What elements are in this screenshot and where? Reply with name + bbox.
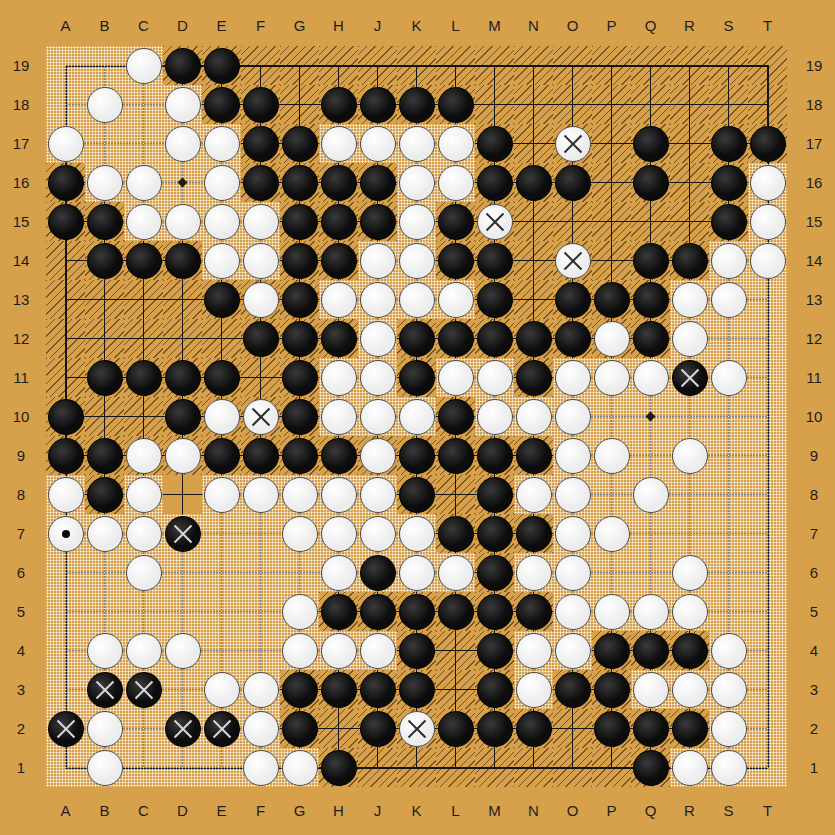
intersection-D15[interactable] [163, 202, 202, 241]
intersection-R18[interactable] [670, 85, 709, 124]
intersection-D14[interactable] [163, 241, 202, 280]
intersection-L10[interactable] [436, 397, 475, 436]
intersection-O8[interactable] [553, 475, 592, 514]
intersection-P15[interactable] [592, 202, 631, 241]
intersection-A4[interactable] [46, 631, 85, 670]
intersection-P6[interactable] [592, 553, 631, 592]
intersection-F13[interactable] [241, 280, 280, 319]
intersection-A1[interactable] [46, 748, 85, 787]
intersection-C9[interactable] [124, 436, 163, 475]
intersection-L15[interactable] [436, 202, 475, 241]
intersection-R15[interactable] [670, 202, 709, 241]
intersection-O17[interactable] [553, 124, 592, 163]
intersection-G5[interactable] [280, 592, 319, 631]
intersection-N5[interactable] [514, 592, 553, 631]
intersection-H4[interactable] [319, 631, 358, 670]
intersection-B12[interactable] [85, 319, 124, 358]
intersection-E12[interactable] [202, 319, 241, 358]
intersection-K12[interactable] [397, 319, 436, 358]
intersection-J7[interactable] [358, 514, 397, 553]
intersection-B19[interactable] [85, 46, 124, 85]
intersection-K4[interactable] [397, 631, 436, 670]
intersection-N2[interactable] [514, 709, 553, 748]
intersection-P7[interactable] [592, 514, 631, 553]
intersection-B4[interactable] [85, 631, 124, 670]
intersection-T5[interactable] [748, 592, 787, 631]
intersection-M18[interactable] [475, 85, 514, 124]
intersection-E11[interactable] [202, 358, 241, 397]
intersection-K3[interactable] [397, 670, 436, 709]
intersection-L12[interactable] [436, 319, 475, 358]
intersection-H14[interactable] [319, 241, 358, 280]
intersection-J9[interactable] [358, 436, 397, 475]
intersection-F3[interactable] [241, 670, 280, 709]
intersection-Q13[interactable] [631, 280, 670, 319]
intersection-R5[interactable] [670, 592, 709, 631]
intersection-R17[interactable] [670, 124, 709, 163]
intersection-O12[interactable] [553, 319, 592, 358]
intersection-T6[interactable] [748, 553, 787, 592]
intersection-Q14[interactable] [631, 241, 670, 280]
intersection-C6[interactable] [124, 553, 163, 592]
intersection-H15[interactable] [319, 202, 358, 241]
intersection-A16[interactable] [46, 163, 85, 202]
intersection-H2[interactable] [319, 709, 358, 748]
intersection-O9[interactable] [553, 436, 592, 475]
intersection-M12[interactable] [475, 319, 514, 358]
intersection-K18[interactable] [397, 85, 436, 124]
intersection-L17[interactable] [436, 124, 475, 163]
intersection-G14[interactable] [280, 241, 319, 280]
intersection-Q1[interactable] [631, 748, 670, 787]
intersection-R19[interactable] [670, 46, 709, 85]
intersection-Q11[interactable] [631, 358, 670, 397]
intersection-A5[interactable] [46, 592, 85, 631]
intersection-G12[interactable] [280, 319, 319, 358]
intersection-K6[interactable] [397, 553, 436, 592]
intersection-K1[interactable] [397, 748, 436, 787]
intersection-J3[interactable] [358, 670, 397, 709]
intersection-G13[interactable] [280, 280, 319, 319]
intersection-M7[interactable] [475, 514, 514, 553]
intersection-B13[interactable] [85, 280, 124, 319]
intersection-D8[interactable] [163, 475, 202, 514]
intersection-M10[interactable] [475, 397, 514, 436]
intersection-A17[interactable] [46, 124, 85, 163]
intersection-A6[interactable] [46, 553, 85, 592]
intersection-D1[interactable] [163, 748, 202, 787]
intersection-M16[interactable] [475, 163, 514, 202]
intersection-S16[interactable] [709, 163, 748, 202]
intersection-G11[interactable] [280, 358, 319, 397]
intersection-D18[interactable] [163, 85, 202, 124]
intersection-C7[interactable] [124, 514, 163, 553]
intersection-J16[interactable] [358, 163, 397, 202]
intersection-C13[interactable] [124, 280, 163, 319]
intersection-O13[interactable] [553, 280, 592, 319]
intersection-N9[interactable] [514, 436, 553, 475]
intersection-R13[interactable] [670, 280, 709, 319]
intersection-G17[interactable] [280, 124, 319, 163]
intersection-P11[interactable] [592, 358, 631, 397]
intersection-G18[interactable] [280, 85, 319, 124]
intersection-G9[interactable] [280, 436, 319, 475]
intersection-G2[interactable] [280, 709, 319, 748]
intersection-N6[interactable] [514, 553, 553, 592]
intersection-F2[interactable] [241, 709, 280, 748]
intersection-Q5[interactable] [631, 592, 670, 631]
intersection-B17[interactable] [85, 124, 124, 163]
intersection-G15[interactable] [280, 202, 319, 241]
intersection-Q12[interactable] [631, 319, 670, 358]
intersection-L16[interactable] [436, 163, 475, 202]
intersection-G10[interactable] [280, 397, 319, 436]
intersection-C18[interactable] [124, 85, 163, 124]
intersection-O18[interactable] [553, 85, 592, 124]
intersection-G1[interactable] [280, 748, 319, 787]
intersection-O2[interactable] [553, 709, 592, 748]
intersection-J4[interactable] [358, 631, 397, 670]
intersection-M5[interactable] [475, 592, 514, 631]
intersection-D3[interactable] [163, 670, 202, 709]
intersection-P19[interactable] [592, 46, 631, 85]
intersection-N18[interactable] [514, 85, 553, 124]
intersection-L9[interactable] [436, 436, 475, 475]
intersection-E14[interactable] [202, 241, 241, 280]
intersection-C10[interactable] [124, 397, 163, 436]
intersection-D10[interactable] [163, 397, 202, 436]
intersection-P8[interactable] [592, 475, 631, 514]
intersection-S2[interactable] [709, 709, 748, 748]
intersection-R3[interactable] [670, 670, 709, 709]
intersection-F19[interactable] [241, 46, 280, 85]
intersection-K11[interactable] [397, 358, 436, 397]
intersection-J1[interactable] [358, 748, 397, 787]
intersection-B15[interactable] [85, 202, 124, 241]
intersection-T19[interactable] [748, 46, 787, 85]
intersection-Q17[interactable] [631, 124, 670, 163]
intersection-J13[interactable] [358, 280, 397, 319]
intersection-R4[interactable] [670, 631, 709, 670]
intersection-B1[interactable] [85, 748, 124, 787]
intersection-N15[interactable] [514, 202, 553, 241]
intersection-R16[interactable] [670, 163, 709, 202]
intersection-D7[interactable] [163, 514, 202, 553]
intersection-F16[interactable] [241, 163, 280, 202]
intersection-J10[interactable] [358, 397, 397, 436]
intersection-M13[interactable] [475, 280, 514, 319]
intersection-L3[interactable] [436, 670, 475, 709]
intersection-N10[interactable] [514, 397, 553, 436]
intersection-H7[interactable] [319, 514, 358, 553]
intersection-Q6[interactable] [631, 553, 670, 592]
intersection-L6[interactable] [436, 553, 475, 592]
intersection-E8[interactable] [202, 475, 241, 514]
intersection-A7[interactable] [46, 514, 85, 553]
intersection-B7[interactable] [85, 514, 124, 553]
intersection-J11[interactable] [358, 358, 397, 397]
intersection-B6[interactable] [85, 553, 124, 592]
intersection-C5[interactable] [124, 592, 163, 631]
intersection-L5[interactable] [436, 592, 475, 631]
intersection-K8[interactable] [397, 475, 436, 514]
intersection-F8[interactable] [241, 475, 280, 514]
intersection-O4[interactable] [553, 631, 592, 670]
intersection-F18[interactable] [241, 85, 280, 124]
intersection-K14[interactable] [397, 241, 436, 280]
intersection-M15[interactable] [475, 202, 514, 241]
intersection-J15[interactable] [358, 202, 397, 241]
intersection-L13[interactable] [436, 280, 475, 319]
intersection-C2[interactable] [124, 709, 163, 748]
intersection-N17[interactable] [514, 124, 553, 163]
intersection-P16[interactable] [592, 163, 631, 202]
intersection-E16[interactable] [202, 163, 241, 202]
intersection-A3[interactable] [46, 670, 85, 709]
intersection-S17[interactable] [709, 124, 748, 163]
intersection-B5[interactable] [85, 592, 124, 631]
intersection-E10[interactable] [202, 397, 241, 436]
intersection-S18[interactable] [709, 85, 748, 124]
intersection-K5[interactable] [397, 592, 436, 631]
intersection-D11[interactable] [163, 358, 202, 397]
intersection-Q8[interactable] [631, 475, 670, 514]
intersection-H11[interactable] [319, 358, 358, 397]
intersection-H8[interactable] [319, 475, 358, 514]
intersection-C15[interactable] [124, 202, 163, 241]
intersection-Q18[interactable] [631, 85, 670, 124]
intersection-A19[interactable] [46, 46, 85, 85]
intersection-L19[interactable] [436, 46, 475, 85]
intersection-S19[interactable] [709, 46, 748, 85]
intersection-K16[interactable] [397, 163, 436, 202]
intersection-D16[interactable] [163, 163, 202, 202]
intersection-L11[interactable] [436, 358, 475, 397]
intersection-S9[interactable] [709, 436, 748, 475]
intersection-M14[interactable] [475, 241, 514, 280]
intersection-F14[interactable] [241, 241, 280, 280]
intersection-T4[interactable] [748, 631, 787, 670]
intersection-P1[interactable] [592, 748, 631, 787]
intersection-S6[interactable] [709, 553, 748, 592]
intersection-D5[interactable] [163, 592, 202, 631]
intersection-N11[interactable] [514, 358, 553, 397]
intersection-E17[interactable] [202, 124, 241, 163]
intersection-K15[interactable] [397, 202, 436, 241]
intersection-M3[interactable] [475, 670, 514, 709]
intersection-N8[interactable] [514, 475, 553, 514]
intersection-F6[interactable] [241, 553, 280, 592]
intersection-P10[interactable] [592, 397, 631, 436]
intersection-J8[interactable] [358, 475, 397, 514]
intersection-B10[interactable] [85, 397, 124, 436]
intersection-J19[interactable] [358, 46, 397, 85]
intersection-P3[interactable] [592, 670, 631, 709]
intersection-N19[interactable] [514, 46, 553, 85]
intersection-J14[interactable] [358, 241, 397, 280]
intersection-C17[interactable] [124, 124, 163, 163]
intersection-F9[interactable] [241, 436, 280, 475]
intersection-Q19[interactable] [631, 46, 670, 85]
intersection-H1[interactable] [319, 748, 358, 787]
intersection-S4[interactable] [709, 631, 748, 670]
intersection-T7[interactable] [748, 514, 787, 553]
intersection-E13[interactable] [202, 280, 241, 319]
intersection-J12[interactable] [358, 319, 397, 358]
intersection-M11[interactable] [475, 358, 514, 397]
intersection-B14[interactable] [85, 241, 124, 280]
intersection-M2[interactable] [475, 709, 514, 748]
intersection-D17[interactable] [163, 124, 202, 163]
intersection-J6[interactable] [358, 553, 397, 592]
intersection-C4[interactable] [124, 631, 163, 670]
intersection-F1[interactable] [241, 748, 280, 787]
intersection-T16[interactable] [748, 163, 787, 202]
intersection-K9[interactable] [397, 436, 436, 475]
intersection-F5[interactable] [241, 592, 280, 631]
intersection-H12[interactable] [319, 319, 358, 358]
intersection-R11[interactable] [670, 358, 709, 397]
intersection-B18[interactable] [85, 85, 124, 124]
intersection-C14[interactable] [124, 241, 163, 280]
intersection-G4[interactable] [280, 631, 319, 670]
intersection-N16[interactable] [514, 163, 553, 202]
intersection-K7[interactable] [397, 514, 436, 553]
intersection-C12[interactable] [124, 319, 163, 358]
intersection-H10[interactable] [319, 397, 358, 436]
intersection-N14[interactable] [514, 241, 553, 280]
intersection-R1[interactable] [670, 748, 709, 787]
intersection-A18[interactable] [46, 85, 85, 124]
intersection-E18[interactable] [202, 85, 241, 124]
intersection-G6[interactable] [280, 553, 319, 592]
intersection-F15[interactable] [241, 202, 280, 241]
intersection-F10[interactable] [241, 397, 280, 436]
intersection-F12[interactable] [241, 319, 280, 358]
intersection-T13[interactable] [748, 280, 787, 319]
intersection-P2[interactable] [592, 709, 631, 748]
intersection-O6[interactable] [553, 553, 592, 592]
intersection-O19[interactable] [553, 46, 592, 85]
intersection-E7[interactable] [202, 514, 241, 553]
intersection-K13[interactable] [397, 280, 436, 319]
intersection-C19[interactable] [124, 46, 163, 85]
intersection-M9[interactable] [475, 436, 514, 475]
intersection-D9[interactable] [163, 436, 202, 475]
intersection-A2[interactable] [46, 709, 85, 748]
intersection-Q3[interactable] [631, 670, 670, 709]
intersection-R12[interactable] [670, 319, 709, 358]
intersection-D6[interactable] [163, 553, 202, 592]
intersection-R9[interactable] [670, 436, 709, 475]
intersection-R7[interactable] [670, 514, 709, 553]
intersection-O1[interactable] [553, 748, 592, 787]
intersection-Q9[interactable] [631, 436, 670, 475]
intersection-L2[interactable] [436, 709, 475, 748]
intersection-L8[interactable] [436, 475, 475, 514]
intersection-M6[interactable] [475, 553, 514, 592]
intersection-G7[interactable] [280, 514, 319, 553]
intersection-H13[interactable] [319, 280, 358, 319]
intersection-F4[interactable] [241, 631, 280, 670]
intersection-S5[interactable] [709, 592, 748, 631]
intersection-A14[interactable] [46, 241, 85, 280]
intersection-T8[interactable] [748, 475, 787, 514]
intersection-M17[interactable] [475, 124, 514, 163]
intersection-T17[interactable] [748, 124, 787, 163]
intersection-F11[interactable] [241, 358, 280, 397]
intersection-A8[interactable] [46, 475, 85, 514]
intersection-O15[interactable] [553, 202, 592, 241]
intersection-O5[interactable] [553, 592, 592, 631]
intersection-K19[interactable] [397, 46, 436, 85]
intersection-B16[interactable] [85, 163, 124, 202]
intersection-N7[interactable] [514, 514, 553, 553]
intersection-E2[interactable] [202, 709, 241, 748]
intersection-K2[interactable] [397, 709, 436, 748]
intersection-Q7[interactable] [631, 514, 670, 553]
go-board[interactable] [46, 46, 787, 787]
intersection-H19[interactable] [319, 46, 358, 85]
intersection-T11[interactable] [748, 358, 787, 397]
intersection-L7[interactable] [436, 514, 475, 553]
intersection-O7[interactable] [553, 514, 592, 553]
intersection-J2[interactable] [358, 709, 397, 748]
intersection-M1[interactable] [475, 748, 514, 787]
intersection-B2[interactable] [85, 709, 124, 748]
intersection-G16[interactable] [280, 163, 319, 202]
intersection-F7[interactable] [241, 514, 280, 553]
intersection-A11[interactable] [46, 358, 85, 397]
intersection-L1[interactable] [436, 748, 475, 787]
intersection-Q15[interactable] [631, 202, 670, 241]
intersection-E3[interactable] [202, 670, 241, 709]
intersection-C1[interactable] [124, 748, 163, 787]
intersection-T9[interactable] [748, 436, 787, 475]
intersection-S10[interactable] [709, 397, 748, 436]
intersection-F17[interactable] [241, 124, 280, 163]
intersection-P14[interactable] [592, 241, 631, 280]
intersection-R2[interactable] [670, 709, 709, 748]
intersection-A15[interactable] [46, 202, 85, 241]
intersection-P17[interactable] [592, 124, 631, 163]
intersection-T1[interactable] [748, 748, 787, 787]
intersection-S11[interactable] [709, 358, 748, 397]
intersection-N4[interactable] [514, 631, 553, 670]
intersection-E19[interactable] [202, 46, 241, 85]
intersection-P9[interactable] [592, 436, 631, 475]
intersection-N12[interactable] [514, 319, 553, 358]
intersection-E4[interactable] [202, 631, 241, 670]
intersection-S13[interactable] [709, 280, 748, 319]
intersection-A9[interactable] [46, 436, 85, 475]
intersection-S15[interactable] [709, 202, 748, 241]
intersection-N1[interactable] [514, 748, 553, 787]
intersection-C3[interactable] [124, 670, 163, 709]
intersection-A12[interactable] [46, 319, 85, 358]
intersection-B11[interactable] [85, 358, 124, 397]
intersection-M8[interactable] [475, 475, 514, 514]
intersection-Q16[interactable] [631, 163, 670, 202]
intersection-T12[interactable] [748, 319, 787, 358]
intersection-E15[interactable] [202, 202, 241, 241]
intersection-S3[interactable] [709, 670, 748, 709]
intersection-A10[interactable] [46, 397, 85, 436]
intersection-R6[interactable] [670, 553, 709, 592]
intersection-S14[interactable] [709, 241, 748, 280]
intersection-O16[interactable] [553, 163, 592, 202]
intersection-M19[interactable] [475, 46, 514, 85]
